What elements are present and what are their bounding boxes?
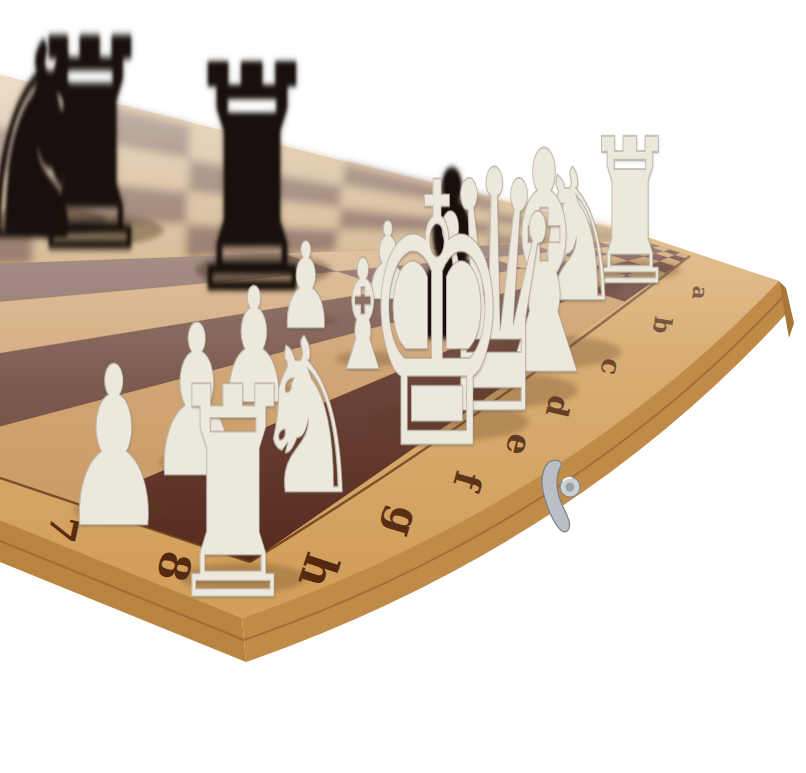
shadow-white-pawn-4 xyxy=(159,451,250,473)
shadow-white-pawn-2 xyxy=(285,314,337,326)
shadow-white-bishop-f xyxy=(336,351,402,367)
shadow-white-pawn-5 xyxy=(74,498,170,521)
shadow-white-bishop-c xyxy=(489,336,622,368)
shadow-white-knight-b xyxy=(543,278,622,297)
shadow-white-pawn-3 xyxy=(225,383,294,400)
shadow-white-pawn-1 xyxy=(369,285,416,296)
chess-set-photo: hgfedcba87 ♞♜♜♜♞♟♟♟♝♝♛♟♚♟♞♟♜ Product pho… xyxy=(0,0,806,773)
clasp-screw-center xyxy=(566,483,575,492)
shadow-black-rook-1 xyxy=(38,215,164,245)
shadow-black-rook-2 xyxy=(196,254,331,286)
shadow-white-rook-a xyxy=(594,260,681,281)
board-svg: hgfedcba87 xyxy=(0,0,806,773)
shadow-white-king xyxy=(372,403,529,441)
shadow-white-rook-h xyxy=(181,563,307,593)
shadow-white-knight-g xyxy=(269,467,362,489)
shadow-black-pawn xyxy=(410,311,511,335)
overexposure-haze xyxy=(0,50,779,618)
shadow-white-queen xyxy=(434,373,578,408)
